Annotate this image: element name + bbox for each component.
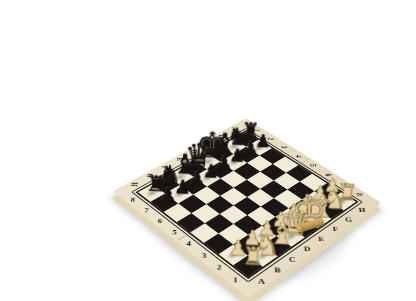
board-stage: HGFEDCBA 87654321 12345678 ABCDEFGH ♜♞♝♛… xyxy=(0,0,416,301)
coord-label-7: 7 xyxy=(138,203,153,218)
square-a6[interactable] xyxy=(164,203,192,222)
coord-label-H: H xyxy=(351,205,373,215)
black-pawn: ♟ xyxy=(159,186,177,206)
chess-board: HGFEDCBA 87654321 12345678 ABCDEFGH ♜♞♝♛… xyxy=(113,118,381,298)
coord-label-F: F xyxy=(324,224,347,234)
chess-set-photo: HGFEDCBA 87654321 12345678 ABCDEFGH ♜♞♝♛… xyxy=(0,0,416,301)
square-e4[interactable] xyxy=(247,189,274,207)
coord-label-6: 6 xyxy=(152,214,167,229)
white-rook: ♜ xyxy=(241,244,264,269)
